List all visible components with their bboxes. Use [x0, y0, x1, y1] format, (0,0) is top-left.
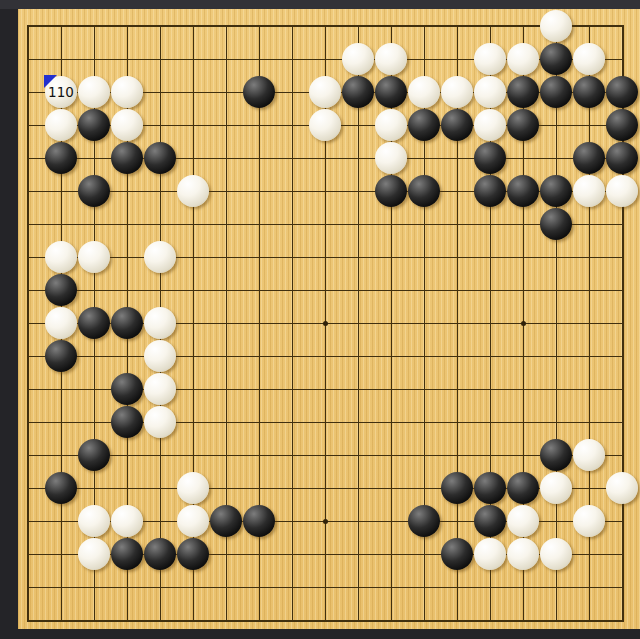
- white-stone: 110: [45, 76, 77, 108]
- black-stone: [342, 76, 374, 108]
- left-frame-bar: [0, 9, 20, 639]
- black-stone: [45, 340, 77, 372]
- white-stone: [78, 538, 110, 570]
- white-stone: [309, 76, 341, 108]
- black-stone: [573, 142, 605, 174]
- white-stone: [144, 241, 176, 273]
- white-stone: [375, 142, 407, 174]
- black-stone: [606, 142, 638, 174]
- black-stone: [474, 142, 506, 174]
- black-stone: [144, 142, 176, 174]
- black-stone: [45, 274, 77, 306]
- black-stone: [144, 538, 176, 570]
- white-stone: [474, 43, 506, 75]
- white-stone: [540, 538, 572, 570]
- last-move-marker-icon: [44, 75, 57, 88]
- black-stone: [243, 76, 275, 108]
- white-stone: [441, 76, 473, 108]
- black-stone: [606, 76, 638, 108]
- black-stone: [243, 505, 275, 537]
- white-stone: [573, 505, 605, 537]
- black-stone: [111, 538, 143, 570]
- white-stone: [540, 472, 572, 504]
- black-stone: [111, 307, 143, 339]
- white-stone: [573, 175, 605, 207]
- black-stone: [375, 175, 407, 207]
- black-stone: [507, 109, 539, 141]
- white-stone: [111, 109, 143, 141]
- black-stone: [474, 472, 506, 504]
- white-stone: [177, 175, 209, 207]
- white-stone: [408, 76, 440, 108]
- white-stone: [177, 505, 209, 537]
- white-stone: [507, 538, 539, 570]
- white-stone: [375, 43, 407, 75]
- white-stone: [375, 109, 407, 141]
- white-stone: [78, 241, 110, 273]
- star-point: [521, 321, 526, 326]
- white-stone: [45, 307, 77, 339]
- white-stone: [144, 340, 176, 372]
- white-stone: [78, 505, 110, 537]
- black-stone: [408, 505, 440, 537]
- black-stone: [573, 76, 605, 108]
- black-stone: [540, 175, 572, 207]
- black-stone: [78, 109, 110, 141]
- black-stone: [111, 373, 143, 405]
- white-stone: [78, 76, 110, 108]
- black-stone: [78, 175, 110, 207]
- white-stone: [45, 241, 77, 273]
- black-stone: [540, 43, 572, 75]
- black-stone: [540, 439, 572, 471]
- black-stone: [78, 307, 110, 339]
- white-stone: [606, 175, 638, 207]
- star-point: [323, 321, 328, 326]
- white-stone: [144, 307, 176, 339]
- black-stone: [507, 472, 539, 504]
- black-stone: [45, 142, 77, 174]
- white-stone: [342, 43, 374, 75]
- white-stone: [177, 472, 209, 504]
- black-stone: [474, 505, 506, 537]
- black-stone: [45, 472, 77, 504]
- white-stone: [507, 505, 539, 537]
- black-stone: [177, 538, 209, 570]
- white-stone: [309, 109, 341, 141]
- black-stone: [408, 175, 440, 207]
- black-stone: [441, 472, 473, 504]
- black-stone: [474, 175, 506, 207]
- star-point: [323, 519, 328, 524]
- white-stone: [573, 439, 605, 471]
- white-stone: [474, 109, 506, 141]
- top-frame-bar: [0, 0, 640, 9]
- black-stone: [540, 208, 572, 240]
- black-stone: [507, 175, 539, 207]
- black-stone: [408, 109, 440, 141]
- white-stone: [111, 76, 143, 108]
- black-stone: [441, 109, 473, 141]
- black-stone: [540, 76, 572, 108]
- go-board[interactable]: 110: [18, 9, 640, 629]
- black-stone: [441, 538, 473, 570]
- black-stone: [210, 505, 242, 537]
- white-stone: [144, 373, 176, 405]
- black-stone: [111, 142, 143, 174]
- white-stone: [111, 505, 143, 537]
- white-stone: [606, 472, 638, 504]
- white-stone: [144, 406, 176, 438]
- black-stone: [507, 76, 539, 108]
- bottom-frame-bar: [18, 629, 640, 639]
- white-stone: [474, 76, 506, 108]
- white-stone: [507, 43, 539, 75]
- white-stone: [45, 109, 77, 141]
- go-app: 110: [0, 0, 640, 639]
- black-stone: [606, 109, 638, 141]
- white-stone: [474, 538, 506, 570]
- black-stone: [111, 406, 143, 438]
- white-stone: [540, 10, 572, 42]
- white-stone: [573, 43, 605, 75]
- black-stone: [375, 76, 407, 108]
- black-stone: [78, 439, 110, 471]
